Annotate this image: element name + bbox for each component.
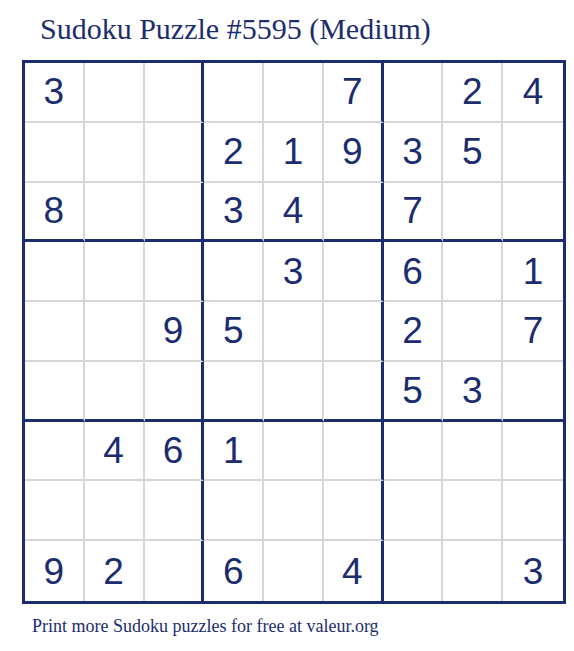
given-digit-r3c4: 3 <box>204 183 264 243</box>
given-digit-r3c1: 8 <box>25 183 85 243</box>
cell-r2c1 <box>25 123 85 183</box>
given-digit-r1c9: 4 <box>503 63 563 123</box>
cell-r8c2 <box>85 481 145 541</box>
cell-r6c6 <box>324 362 384 422</box>
given-digit-r2c6: 9 <box>324 123 384 183</box>
cell-r8c6 <box>324 481 384 541</box>
cell-r8c7 <box>384 481 444 541</box>
cell-r6c1 <box>25 362 85 422</box>
cell-r4c2 <box>85 242 145 302</box>
given-digit-r4c9: 1 <box>503 242 563 302</box>
cell-r7c7 <box>384 422 444 482</box>
cell-r1c2 <box>85 63 145 123</box>
cell-r9c3 <box>145 541 205 601</box>
cell-r4c8 <box>443 242 503 302</box>
given-digit-r3c7: 7 <box>384 183 444 243</box>
cell-r8c9 <box>503 481 563 541</box>
cell-r5c5 <box>264 302 324 362</box>
given-digit-r9c1: 9 <box>25 541 85 601</box>
cell-r3c2 <box>85 183 145 243</box>
cell-r3c6 <box>324 183 384 243</box>
cell-r7c1 <box>25 422 85 482</box>
given-digit-r2c5: 1 <box>264 123 324 183</box>
cell-r6c2 <box>85 362 145 422</box>
cell-r2c3 <box>145 123 205 183</box>
given-digit-r4c5: 3 <box>264 242 324 302</box>
given-digit-r2c4: 2 <box>204 123 264 183</box>
cell-r9c5 <box>264 541 324 601</box>
cell-r8c1 <box>25 481 85 541</box>
cell-r9c7 <box>384 541 444 601</box>
footer-text: Print more Sudoku puzzles for free at va… <box>32 616 379 637</box>
cell-r5c6 <box>324 302 384 362</box>
cell-r1c3 <box>145 63 205 123</box>
given-digit-r7c3: 6 <box>145 422 205 482</box>
cell-r6c9 <box>503 362 563 422</box>
cell-r7c6 <box>324 422 384 482</box>
cell-r5c8 <box>443 302 503 362</box>
sudoku-grid: 372421935834736195275346192643 <box>22 60 566 604</box>
cell-r4c4 <box>204 242 264 302</box>
cell-r7c8 <box>443 422 503 482</box>
cell-r5c1 <box>25 302 85 362</box>
given-digit-r2c8: 5 <box>443 123 503 183</box>
given-digit-r1c1: 3 <box>25 63 85 123</box>
given-digit-r3c5: 4 <box>264 183 324 243</box>
cell-r5c2 <box>85 302 145 362</box>
given-digit-r5c4: 5 <box>204 302 264 362</box>
cell-r4c1 <box>25 242 85 302</box>
cell-r1c7 <box>384 63 444 123</box>
cell-r8c4 <box>204 481 264 541</box>
cell-r8c8 <box>443 481 503 541</box>
cell-r3c3 <box>145 183 205 243</box>
given-digit-r9c2: 2 <box>85 541 145 601</box>
given-digit-r1c8: 2 <box>443 63 503 123</box>
given-digit-r4c7: 6 <box>384 242 444 302</box>
page-title: Sudoku Puzzle #5595 (Medium) <box>40 12 431 46</box>
given-digit-r9c6: 4 <box>324 541 384 601</box>
given-digit-r1c6: 7 <box>324 63 384 123</box>
cell-r4c3 <box>145 242 205 302</box>
given-digit-r7c4: 1 <box>204 422 264 482</box>
cell-r1c4 <box>204 63 264 123</box>
cell-r7c5 <box>264 422 324 482</box>
cell-r2c9 <box>503 123 563 183</box>
given-digit-r5c7: 2 <box>384 302 444 362</box>
given-digit-r9c4: 6 <box>204 541 264 601</box>
given-digit-r2c7: 3 <box>384 123 444 183</box>
given-digit-r9c9: 3 <box>503 541 563 601</box>
cell-r3c8 <box>443 183 503 243</box>
given-digit-r6c7: 5 <box>384 362 444 422</box>
cell-r4c6 <box>324 242 384 302</box>
given-digit-r5c3: 9 <box>145 302 205 362</box>
cell-r6c5 <box>264 362 324 422</box>
cell-r6c3 <box>145 362 205 422</box>
cell-r3c9 <box>503 183 563 243</box>
given-digit-r6c8: 3 <box>443 362 503 422</box>
cell-r8c3 <box>145 481 205 541</box>
cell-r2c2 <box>85 123 145 183</box>
given-digit-r7c2: 4 <box>85 422 145 482</box>
given-digit-r5c9: 7 <box>503 302 563 362</box>
cell-r6c4 <box>204 362 264 422</box>
cell-r8c5 <box>264 481 324 541</box>
sudoku-print-page: Sudoku Puzzle #5595 (Medium) 37242193583… <box>0 0 574 651</box>
cell-r9c8 <box>443 541 503 601</box>
cell-r1c5 <box>264 63 324 123</box>
cell-r7c9 <box>503 422 563 482</box>
